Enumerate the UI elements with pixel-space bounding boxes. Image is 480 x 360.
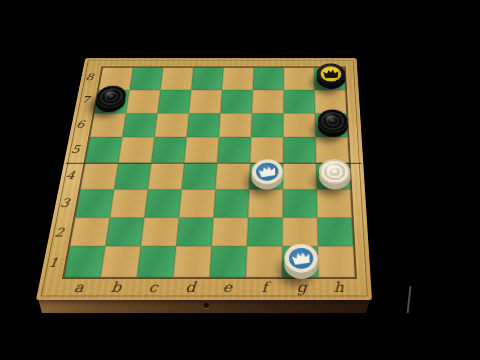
square-b7 (126, 90, 160, 113)
square-b4 (114, 163, 151, 190)
square-g6 (283, 113, 315, 137)
square-b2 (105, 217, 144, 246)
file-label-e: e (208, 280, 246, 297)
square-d8 (191, 68, 223, 90)
piece-white-man-h4 (318, 159, 350, 184)
square-g5 (283, 137, 316, 162)
square-f2 (247, 217, 283, 246)
square-c6 (154, 113, 189, 137)
file-label-b: b (96, 280, 136, 297)
square-a2 (70, 217, 110, 246)
square-g2 (282, 217, 317, 246)
square-b1 (101, 246, 141, 277)
square-a3 (75, 189, 114, 217)
crown-icon (290, 248, 314, 268)
square-e1 (210, 246, 247, 277)
file-label-f: f (246, 280, 284, 297)
square-b8 (130, 68, 164, 90)
square-c3 (144, 189, 181, 217)
square-a4 (80, 163, 118, 190)
board-front-edge (38, 298, 370, 313)
square-c5 (151, 137, 186, 162)
square-e4 (215, 163, 250, 190)
checkers-board: abcdefgh 12345678 (36, 58, 372, 300)
square-d2 (176, 217, 213, 246)
square-g7 (283, 90, 314, 113)
letterbox-top-bar (0, 0, 480, 40)
square-f1 (246, 246, 283, 277)
table-surface: abcdefgh 12345678 (0, 40, 480, 313)
square-b6 (122, 113, 157, 137)
square-f8 (253, 68, 284, 90)
square-c4 (148, 163, 184, 190)
square-d5 (184, 137, 219, 162)
crown-icon (256, 163, 278, 180)
piece-black-man-h6 (317, 109, 348, 132)
square-d3 (179, 189, 215, 217)
square-d4 (182, 163, 218, 190)
clasp-dot (204, 303, 209, 308)
blue-crown-emblem (254, 161, 281, 182)
square-g3 (283, 189, 318, 217)
blue-crown-emblem (287, 246, 315, 270)
square-h1 (318, 246, 355, 277)
square-a1 (64, 246, 105, 277)
video-frame: abcdefgh 12345678 (0, 0, 480, 360)
square-f6 (251, 113, 283, 137)
letterbox-bottom-bar (0, 313, 480, 360)
file-label-c: c (133, 280, 172, 297)
square-b3 (110, 189, 148, 217)
square-f7 (252, 90, 284, 113)
file-label-h: h (320, 280, 358, 297)
square-c7 (157, 90, 191, 113)
file-label-d: d (171, 280, 210, 297)
square-g4 (283, 163, 317, 190)
rank-label-8: 8 (79, 66, 100, 88)
square-c8 (160, 68, 193, 90)
square-f3 (248, 189, 283, 217)
piece-white-king-f4 (251, 159, 283, 184)
file-label-g: g (283, 280, 320, 297)
square-d7 (189, 90, 222, 113)
file-label-a: a (58, 280, 98, 297)
square-b5 (118, 137, 154, 162)
square-d1 (173, 246, 211, 277)
square-c1 (137, 246, 176, 277)
square-c2 (141, 217, 179, 246)
piece-black-king-h8 (316, 64, 345, 85)
square-a6 (90, 113, 126, 137)
square-d6 (187, 113, 221, 137)
square-h2 (317, 217, 353, 246)
square-g8 (284, 68, 315, 90)
square-e8 (222, 68, 254, 90)
square-e5 (217, 137, 251, 162)
cable-reflection (407, 286, 412, 313)
square-h3 (317, 189, 352, 217)
square-e7 (220, 90, 252, 113)
square-a5 (85, 137, 122, 162)
square-e6 (219, 113, 252, 137)
square-e2 (212, 217, 249, 246)
crown-icon (321, 68, 340, 81)
square-e3 (214, 189, 250, 217)
yellow-crown-emblem (320, 66, 342, 82)
